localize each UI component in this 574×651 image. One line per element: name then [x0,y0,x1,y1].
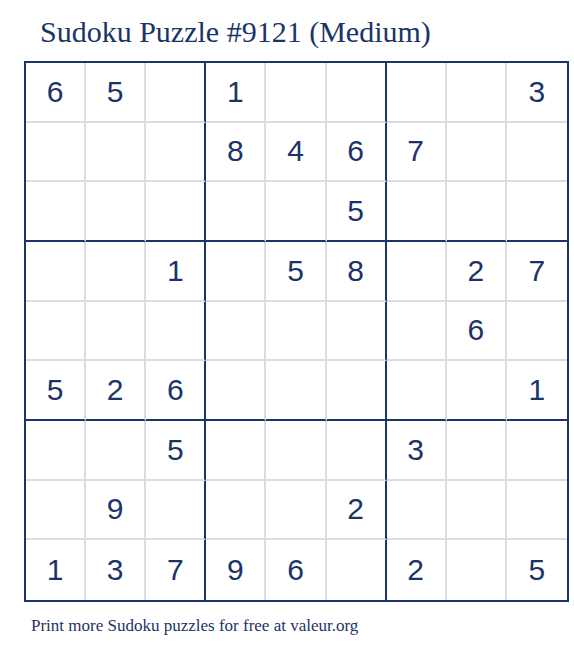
cell-r2c5[interactable]: 4 [266,123,326,183]
cell-r2c3[interactable] [146,123,206,183]
cell-r5c8[interactable]: 6 [447,302,507,362]
cell-r3c9[interactable] [507,182,567,242]
cell-r7c8[interactable] [447,421,507,481]
cell-r5c3[interactable] [146,302,206,362]
footer-text: Print more Sudoku puzzles for free at va… [31,615,358,637]
cell-r3c7[interactable] [387,182,447,242]
cell-r3c1[interactable] [26,182,86,242]
cell-r8c9[interactable] [507,481,567,541]
cell-r3c5[interactable] [266,182,326,242]
cell-r7c9[interactable] [507,421,567,481]
cell-r9c1[interactable]: 1 [26,540,86,600]
cell-r4c8[interactable]: 2 [447,242,507,302]
cell-r7c7[interactable]: 3 [387,421,447,481]
cell-r5c4[interactable] [206,302,266,362]
cell-r6c4[interactable] [206,361,266,421]
cell-r4c5[interactable]: 5 [266,242,326,302]
cell-r6c2[interactable]: 2 [86,361,146,421]
cell-r4c4[interactable] [206,242,266,302]
page: Sudoku Puzzle #9121 (Medium) 65138467515… [0,0,574,651]
cell-r1c8[interactable] [447,63,507,123]
cell-r6c6[interactable] [327,361,387,421]
cell-r5c2[interactable] [86,302,146,362]
cell-r8c3[interactable] [146,481,206,541]
cell-r1c6[interactable] [327,63,387,123]
cell-r6c7[interactable] [387,361,447,421]
cell-r6c3[interactable]: 6 [146,361,206,421]
cell-r9c5[interactable]: 6 [266,540,326,600]
cell-r4c9[interactable]: 7 [507,242,567,302]
cell-r1c5[interactable] [266,63,326,123]
cell-r8c6[interactable]: 2 [327,481,387,541]
cell-r6c8[interactable] [447,361,507,421]
cell-r7c1[interactable] [26,421,86,481]
cell-r2c9[interactable] [507,123,567,183]
cell-r2c4[interactable]: 8 [206,123,266,183]
sudoku-board: 651384675158276526153921379625 [24,61,569,602]
cell-r3c8[interactable] [447,182,507,242]
cell-r5c5[interactable] [266,302,326,362]
cell-r2c1[interactable] [26,123,86,183]
cell-r4c3[interactable]: 1 [146,242,206,302]
cell-r8c7[interactable] [387,481,447,541]
puzzle-title: Sudoku Puzzle #9121 (Medium) [40,14,431,50]
cell-r7c4[interactable] [206,421,266,481]
cell-r3c3[interactable] [146,182,206,242]
cell-r4c6[interactable]: 8 [327,242,387,302]
cell-r1c2[interactable]: 5 [86,63,146,123]
cell-r1c9[interactable]: 3 [507,63,567,123]
cell-r6c5[interactable] [266,361,326,421]
cell-r6c1[interactable]: 5 [26,361,86,421]
cell-r9c2[interactable]: 3 [86,540,146,600]
cell-r9c3[interactable]: 7 [146,540,206,600]
cell-r8c4[interactable] [206,481,266,541]
cell-r1c4[interactable]: 1 [206,63,266,123]
cell-r2c6[interactable]: 6 [327,123,387,183]
cell-r5c1[interactable] [26,302,86,362]
cell-r3c4[interactable] [206,182,266,242]
cell-r1c7[interactable] [387,63,447,123]
cell-r5c6[interactable] [327,302,387,362]
cell-r8c1[interactable] [26,481,86,541]
cell-r8c2[interactable]: 9 [86,481,146,541]
cell-r5c9[interactable] [507,302,567,362]
cell-r4c2[interactable] [86,242,146,302]
cell-r9c6[interactable] [327,540,387,600]
cell-r1c3[interactable] [146,63,206,123]
cell-r9c7[interactable]: 2 [387,540,447,600]
cell-r4c1[interactable] [26,242,86,302]
cell-r7c5[interactable] [266,421,326,481]
cell-r5c7[interactable] [387,302,447,362]
cell-r9c9[interactable]: 5 [507,540,567,600]
cell-r7c3[interactable]: 5 [146,421,206,481]
cell-r2c8[interactable] [447,123,507,183]
cell-r7c6[interactable] [327,421,387,481]
cell-r9c8[interactable] [447,540,507,600]
cell-r8c5[interactable] [266,481,326,541]
cell-r9c4[interactable]: 9 [206,540,266,600]
cell-r2c7[interactable]: 7 [387,123,447,183]
cell-r7c2[interactable] [86,421,146,481]
cell-r3c6[interactable]: 5 [327,182,387,242]
cell-r4c7[interactable] [387,242,447,302]
cell-r6c9[interactable]: 1 [507,361,567,421]
cell-r2c2[interactable] [86,123,146,183]
cell-r3c2[interactable] [86,182,146,242]
cell-r1c1[interactable]: 6 [26,63,86,123]
cell-r8c8[interactable] [447,481,507,541]
